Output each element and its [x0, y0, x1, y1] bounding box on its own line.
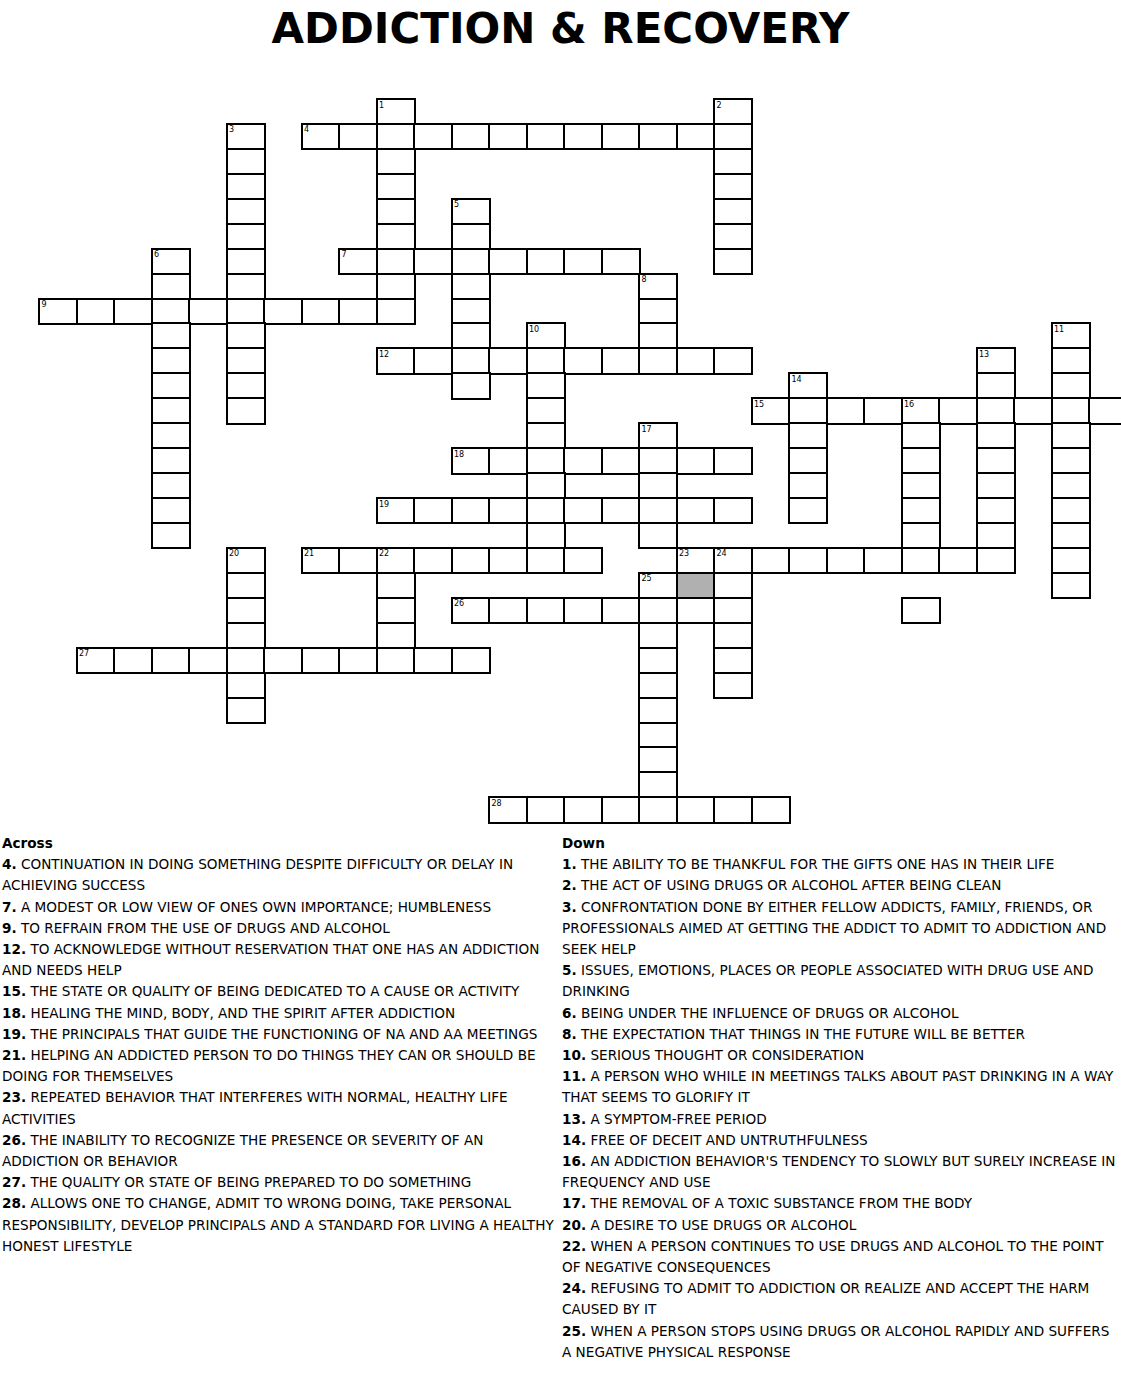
grid-cell[interactable] — [638, 796, 678, 823]
grid-cell[interactable] — [976, 447, 1016, 474]
grid-cell[interactable] — [226, 248, 266, 275]
grid-cell[interactable]: 13 — [976, 347, 1016, 374]
grid-cell[interactable] — [413, 123, 453, 150]
grid-cell[interactable]: 20 — [226, 547, 266, 574]
grid-cell[interactable] — [676, 347, 716, 374]
grid-cell[interactable] — [788, 472, 828, 499]
grid-cell[interactable] — [976, 522, 1016, 549]
grid-cell[interactable] — [638, 322, 678, 349]
puzzle-title: ADDICTION & RECOVERY — [0, 4, 1121, 53]
grid-cell[interactable] — [376, 273, 416, 300]
grid-cell[interactable]: 26 — [451, 597, 491, 624]
grid-cell[interactable] — [638, 746, 678, 773]
clue-number-label: 26. — [2, 1132, 26, 1148]
grid-cell[interactable] — [376, 597, 416, 624]
grid-cell[interactable] — [751, 796, 791, 823]
grid-cell[interactable] — [863, 397, 903, 424]
clue-number-label: 17. — [562, 1195, 586, 1211]
grid-cell[interactable] — [713, 647, 753, 674]
across-heading: Across — [2, 833, 554, 854]
grid-cell[interactable] — [151, 273, 191, 300]
grid-cell[interactable] — [151, 298, 191, 325]
grid-cell[interactable]: 8 — [638, 273, 678, 300]
grid-cell[interactable] — [938, 547, 978, 574]
clue-number-label: 7. — [2, 899, 17, 915]
grid-cell[interactable] — [263, 647, 303, 674]
grid-cell[interactable] — [863, 547, 903, 574]
grid-cell[interactable]: 28 — [488, 796, 528, 823]
grid-cell[interactable]: 10 — [526, 322, 566, 349]
grid-cell[interactable] — [638, 597, 678, 624]
cell-number: 24 — [717, 549, 727, 558]
clue-number-label: 5. — [562, 962, 577, 978]
grid-cell[interactable] — [901, 422, 941, 449]
grid-cell[interactable]: 19 — [376, 497, 416, 524]
grid-cell[interactable] — [413, 547, 453, 574]
cell-number: 7 — [342, 250, 347, 259]
grid-cell[interactable]: 25 — [638, 572, 678, 599]
clue-item: 13. A SYMPTOM-FREE PERIOD — [562, 1109, 1119, 1130]
clue-item: 2. THE ACT OF USING DRUGS OR ALCOHOL AFT… — [562, 875, 1119, 896]
grid-cell[interactable] — [526, 597, 566, 624]
crossword-grid: 1234567891011121314151617181920212223242… — [38, 98, 1121, 824]
grid-cell[interactable] — [526, 497, 566, 524]
grid-cell[interactable] — [1051, 397, 1091, 424]
grid-cell[interactable]: 6 — [151, 248, 191, 275]
grid-cell[interactable]: 7 — [338, 248, 378, 275]
grid-cell[interactable] — [788, 497, 828, 524]
grid-cell[interactable] — [788, 422, 828, 449]
grid-cell[interactable] — [713, 148, 753, 175]
grid-cell[interactable] — [526, 547, 566, 574]
grid-cell[interactable] — [488, 447, 528, 474]
grid-cell[interactable] — [601, 796, 641, 823]
cell-number: 6 — [154, 250, 159, 259]
cell-number: 2 — [717, 101, 722, 110]
grid-cell[interactable] — [151, 422, 191, 449]
clue-item: 14. FREE OF DECEIT AND UNTRUTHFULNESS — [562, 1130, 1119, 1151]
grid-cell[interactable] — [526, 372, 566, 399]
grid-cell[interactable] — [901, 547, 941, 574]
grid-cell[interactable] — [638, 123, 678, 150]
grid-cell[interactable] — [1051, 447, 1091, 474]
cell-number: 20 — [229, 549, 239, 558]
grid-cell[interactable] — [638, 672, 678, 699]
grid-cell[interactable] — [376, 123, 416, 150]
clue-number-label: 12. — [2, 941, 26, 957]
down-clues-section: Down 1. THE ABILITY TO BE THANKFUL FOR T… — [562, 833, 1119, 1363]
grid-cell[interactable]: 21 — [301, 547, 341, 574]
clue-number-label: 27. — [2, 1174, 26, 1190]
grid-cell[interactable] — [713, 672, 753, 699]
grid-cell[interactable] — [601, 597, 641, 624]
grid-cell[interactable] — [563, 447, 603, 474]
grid-cell[interactable]: 5 — [451, 198, 491, 225]
grid-cell[interactable] — [376, 198, 416, 225]
grid-cell[interactable] — [413, 647, 453, 674]
across-clue-list: 4. CONTINUATION IN DOING SOMETHING DESPI… — [2, 854, 554, 1257]
grid-cell[interactable] — [713, 223, 753, 250]
grid-cell[interactable] — [226, 397, 266, 424]
grid-cell[interactable] — [526, 397, 566, 424]
grid-cell[interactable] — [563, 547, 603, 574]
grid-cell[interactable] — [526, 347, 566, 374]
grid-cell[interactable] — [601, 447, 641, 474]
grid-cell[interactable] — [1051, 497, 1091, 524]
clue-item: 28. ALLOWS ONE TO CHANGE, ADMIT TO WRONG… — [2, 1193, 554, 1257]
grid-cell[interactable] — [376, 622, 416, 649]
clue-item: 22. WHEN A PERSON CONTINUES TO USE DRUGS… — [562, 1236, 1119, 1278]
clue-item: 19. THE PRINCIPALS THAT GUIDE THE FUNCTI… — [2, 1024, 554, 1045]
grid-cell[interactable] — [713, 347, 753, 374]
across-clues-section: Across 4. CONTINUATION IN DOING SOMETHIN… — [2, 833, 554, 1257]
grid-cell[interactable] — [451, 273, 491, 300]
clue-number-label: 9. — [2, 920, 17, 936]
grid-cell[interactable]: 18 — [451, 447, 491, 474]
grid-cell[interactable] — [226, 672, 266, 699]
grid-cell[interactable] — [413, 248, 453, 275]
grid-cell[interactable] — [526, 472, 566, 499]
cell-number: 16 — [904, 400, 914, 409]
grid-cell[interactable] — [151, 347, 191, 374]
grid-cell[interactable]: 14 — [788, 372, 828, 399]
cell-number: 1 — [379, 101, 384, 110]
grid-cell[interactable] — [151, 472, 191, 499]
clue-number-label: 24. — [562, 1280, 586, 1296]
grid-cell[interactable] — [713, 173, 753, 200]
clue-number-label: 28. — [2, 1195, 26, 1211]
grid-cell[interactable] — [488, 547, 528, 574]
clue-item: 16. AN ADDICTION BEHAVIOR'S TENDENCY TO … — [562, 1151, 1119, 1193]
cell-number: 25 — [642, 574, 652, 583]
cell-number: 14 — [792, 375, 802, 384]
grid-cell[interactable] — [976, 497, 1016, 524]
grid-cell[interactable] — [451, 547, 491, 574]
grid-cell[interactable] — [338, 547, 378, 574]
grid-cell[interactable] — [638, 771, 678, 798]
grid-cell[interactable] — [226, 372, 266, 399]
cell-number: 15 — [754, 400, 764, 409]
grid-cell[interactable]: 17 — [638, 422, 678, 449]
clue-number-label: 20. — [562, 1217, 586, 1233]
grid-cell[interactable] — [451, 248, 491, 275]
grid-cell[interactable] — [901, 497, 941, 524]
cell-number: 8 — [642, 275, 647, 284]
grid-cell[interactable] — [976, 547, 1016, 574]
grid-cell[interactable] — [376, 223, 416, 250]
clue-number-label: 25. — [562, 1323, 586, 1339]
grid-cell[interactable] — [526, 422, 566, 449]
grid-cell[interactable] — [526, 447, 566, 474]
grid-cell[interactable] — [226, 223, 266, 250]
grid-cell[interactable] — [526, 522, 566, 549]
grid-cell[interactable] — [76, 298, 116, 325]
grid-cell[interactable] — [638, 472, 678, 499]
grid-cell[interactable] — [226, 173, 266, 200]
grid-cell[interactable] — [301, 298, 341, 325]
grid-cell[interactable] — [676, 447, 716, 474]
grid-cell[interactable] — [676, 796, 716, 823]
grid-cell[interactable]: 9 — [38, 298, 78, 325]
grid-cell[interactable] — [226, 622, 266, 649]
grid-cell[interactable] — [1051, 372, 1091, 399]
grid-cell[interactable]: 16 — [901, 397, 941, 424]
grid-cell[interactable] — [376, 572, 416, 599]
grid-cell[interactable] — [113, 647, 153, 674]
grid-cell[interactable] — [713, 497, 753, 524]
grid-cell[interactable] — [563, 248, 603, 275]
grid-cell[interactable] — [563, 597, 603, 624]
grid-cell[interactable] — [976, 397, 1016, 424]
grid-cell[interactable] — [226, 572, 266, 599]
grid-cell[interactable] — [1013, 397, 1053, 424]
grid-cell[interactable] — [113, 298, 153, 325]
grid-cell[interactable] — [901, 472, 941, 499]
grid-cell[interactable] — [151, 497, 191, 524]
grid-cell[interactable] — [338, 123, 378, 150]
grid-cell[interactable] — [451, 298, 491, 325]
grid-cell[interactable] — [488, 497, 528, 524]
grid-cell[interactable] — [601, 497, 641, 524]
grid-cell[interactable] — [301, 647, 341, 674]
grid-cell[interactable] — [226, 347, 266, 374]
grid-cell[interactable] — [713, 198, 753, 225]
clue-item: 7. A MODEST OR LOW VIEW OF ONES OWN IMPO… — [2, 897, 554, 918]
grid-cell[interactable] — [451, 347, 491, 374]
clue-number-label: 23. — [2, 1089, 26, 1105]
grid-cell[interactable] — [151, 372, 191, 399]
grid-cell[interactable]: 23 — [676, 547, 716, 574]
grid-cell[interactable] — [976, 422, 1016, 449]
clue-item: 12. TO ACKNOWLEDGE WITHOUT RESERVATION T… — [2, 939, 554, 981]
grid-cell[interactable]: 1 — [376, 98, 416, 125]
cell-number: 21 — [304, 549, 314, 558]
grid-cell[interactable] — [226, 697, 266, 724]
grid-cell[interactable] — [976, 472, 1016, 499]
grid-cell[interactable] — [601, 347, 641, 374]
grid-cell[interactable] — [713, 123, 753, 150]
clue-item: 4. CONTINUATION IN DOING SOMETHING DESPI… — [2, 854, 554, 896]
clue-number-label: 11. — [562, 1068, 586, 1084]
down-clue-list: 1. THE ABILITY TO BE THANKFUL FOR THE GI… — [562, 854, 1119, 1363]
grid-cell[interactable] — [188, 647, 228, 674]
grid-cell[interactable] — [751, 547, 791, 574]
grid-cell[interactable] — [451, 223, 491, 250]
grid-cell[interactable] — [451, 123, 491, 150]
grid-cell[interactable] — [901, 597, 941, 624]
clue-item: 1. THE ABILITY TO BE THANKFUL FOR THE GI… — [562, 854, 1119, 875]
grid-cell[interactable] — [1051, 572, 1091, 599]
grid-cell[interactable] — [526, 123, 566, 150]
grid-cell[interactable] — [526, 796, 566, 823]
grid-cell[interactable]: 22 — [376, 547, 416, 574]
grid-cell[interactable] — [451, 497, 491, 524]
grid-cell[interactable] — [488, 597, 528, 624]
grid-cell[interactable] — [338, 298, 378, 325]
grid-cell[interactable] — [638, 622, 678, 649]
cell-number: 9 — [42, 300, 47, 309]
grid-cell[interactable]: 2 — [713, 98, 753, 125]
grid-cell[interactable] — [638, 298, 678, 325]
grid-cell[interactable] — [638, 347, 678, 374]
grid-cell[interactable] — [376, 647, 416, 674]
clue-item: 3. CONFRONTATION DONE BY EITHER FELLOW A… — [562, 897, 1119, 961]
clue-item: 24. REFUSING TO ADMIT TO ADDICTION OR RE… — [562, 1278, 1119, 1320]
grid-cell[interactable] — [451, 647, 491, 674]
grid-cell[interactable] — [376, 173, 416, 200]
grid-cell[interactable] — [151, 322, 191, 349]
clue-number-label: 2. — [562, 877, 577, 893]
cell-number: 28 — [492, 799, 502, 808]
grid-cell[interactable] — [451, 372, 491, 399]
grid-cell[interactable] — [488, 248, 528, 275]
grid-cell[interactable] — [826, 547, 866, 574]
cell-number: 13 — [979, 350, 989, 359]
clue-number-label: 4. — [2, 856, 17, 872]
grid-cell[interactable]: 24 — [713, 547, 753, 574]
grid-cell[interactable] — [226, 298, 266, 325]
clue-item: 15. THE STATE OR QUALITY OF BEING DEDICA… — [2, 981, 554, 1002]
clue-number-label: 3. — [562, 899, 577, 915]
clue-item: 9. TO REFRAIN FROM THE USE OF DRUGS AND … — [2, 918, 554, 939]
grid-cell[interactable] — [676, 497, 716, 524]
grid-cell[interactable] — [976, 372, 1016, 399]
grid-cell[interactable] — [151, 447, 191, 474]
clue-item: 27. THE QUALITY OR STATE OF BEING PREPAR… — [2, 1172, 554, 1193]
grid-cell[interactable] — [601, 248, 641, 275]
clue-item: 5. ISSUES, EMOTIONS, PLACES OR PEOPLE AS… — [562, 960, 1119, 1002]
grid-cell[interactable] — [901, 447, 941, 474]
grid-cell[interactable] — [788, 447, 828, 474]
grid-cell[interactable] — [376, 248, 416, 275]
grid-cell[interactable] — [1051, 472, 1091, 499]
grid-cell[interactable] — [713, 796, 753, 823]
clue-number-label: 22. — [562, 1238, 586, 1254]
clue-item: 26. THE INABILITY TO RECOGNIZE THE PRESE… — [2, 1130, 554, 1172]
grid-cell[interactable] — [676, 597, 716, 624]
grid-cell[interactable]: 4 — [301, 123, 341, 150]
grid-cell[interactable] — [713, 572, 753, 599]
cell-number: 3 — [229, 125, 234, 134]
grid-cell[interactable] — [676, 123, 716, 150]
grid-cell[interactable] — [488, 123, 528, 150]
grid-cell[interactable]: 15 — [751, 397, 791, 424]
grid-cell[interactable] — [938, 397, 978, 424]
clue-number-label: 13. — [562, 1111, 586, 1127]
grid-cell[interactable] — [226, 198, 266, 225]
grid-cell[interactable] — [263, 298, 303, 325]
grid-cell[interactable] — [638, 497, 678, 524]
clue-number-label: 18. — [2, 1005, 26, 1021]
grid-cell[interactable]: 27 — [76, 647, 116, 674]
clue-number-label: 8. — [562, 1026, 577, 1042]
clue-number-label: 21. — [2, 1047, 26, 1063]
cell-number: 11 — [1054, 325, 1064, 334]
grid-cell[interactable] — [638, 722, 678, 749]
grid-cell[interactable] — [563, 347, 603, 374]
clue-number-label: 15. — [2, 983, 26, 999]
grid-cell[interactable] — [1051, 347, 1091, 374]
clue-number-label: 14. — [562, 1132, 586, 1148]
grid-cell[interactable] — [638, 447, 678, 474]
grid-cell[interactable] — [226, 148, 266, 175]
grid-cell[interactable] — [338, 647, 378, 674]
grid-cell[interactable] — [1051, 422, 1091, 449]
grid-cell[interactable] — [1051, 547, 1091, 574]
grid-cell[interactable] — [713, 622, 753, 649]
grid-cell[interactable] — [413, 347, 453, 374]
clue-item: 21. HELPING AN ADDICTED PERSON TO DO THI… — [2, 1045, 554, 1087]
down-heading: Down — [562, 833, 1119, 854]
grid-cell[interactable] — [1088, 397, 1121, 424]
cell-number: 17 — [642, 425, 652, 434]
cell-number: 12 — [379, 350, 389, 359]
grid-cell[interactable] — [713, 447, 753, 474]
grid-cell[interactable] — [451, 322, 491, 349]
grid-cell[interactable] — [526, 248, 566, 275]
grid-cell[interactable]: 3 — [226, 123, 266, 150]
clue-item: 20. A DESIRE TO USE DRUGS OR ALCOHOL — [562, 1215, 1119, 1236]
cell-number: 27 — [79, 649, 89, 658]
grid-cell[interactable] — [638, 647, 678, 674]
clue-item: 18. HEALING THE MIND, BODY, AND THE SPIR… — [2, 1003, 554, 1024]
cell-number: 4 — [304, 125, 309, 134]
grid-cell[interactable] — [788, 397, 828, 424]
grid-cell[interactable] — [226, 597, 266, 624]
grid-cell[interactable] — [713, 248, 753, 275]
clue-number-label: 6. — [562, 1005, 577, 1021]
grid-cell[interactable] — [788, 547, 828, 574]
cell-number: 10 — [529, 325, 539, 334]
grid-cell[interactable] — [563, 123, 603, 150]
clue-number-label: 1. — [562, 856, 577, 872]
grid-cell[interactable] — [901, 522, 941, 549]
clue-item: 23. REPEATED BEHAVIOR THAT INTERFERES WI… — [2, 1087, 554, 1129]
cell-number: 22 — [379, 549, 389, 558]
grid-cell[interactable] — [601, 123, 641, 150]
grid-cell[interactable] — [151, 397, 191, 424]
clue-item: 17. THE REMOVAL OF A TOXIC SUBSTANCE FRO… — [562, 1193, 1119, 1214]
grid-cell[interactable] — [151, 522, 191, 549]
cell-number: 19 — [379, 500, 389, 509]
grid-cell[interactable] — [226, 647, 266, 674]
grid-cell[interactable] — [638, 522, 678, 549]
grid-cell[interactable] — [638, 697, 678, 724]
grid-cell[interactable] — [226, 322, 266, 349]
grid-cell[interactable]: 11 — [1051, 322, 1091, 349]
cell-number: 18 — [454, 450, 464, 459]
grid-cell[interactable] — [376, 148, 416, 175]
grid-cell[interactable] — [226, 273, 266, 300]
grid-cell[interactable] — [713, 597, 753, 624]
grid-cell[interactable] — [826, 397, 866, 424]
grid-cell[interactable] — [563, 796, 603, 823]
grid-cell[interactable] — [376, 298, 416, 325]
clue-item: 8. THE EXPECTATION THAT THINGS IN THE FU… — [562, 1024, 1119, 1045]
grid-cell[interactable] — [563, 497, 603, 524]
clue-item: 10. SERIOUS THOUGHT OR CONSIDERATION — [562, 1045, 1119, 1066]
grid-cell[interactable]: 12 — [376, 347, 416, 374]
clue-item: 11. A PERSON WHO WHILE IN MEETINGS TALKS… — [562, 1066, 1119, 1108]
grid-cell[interactable] — [413, 497, 453, 524]
grid-cell[interactable] — [1051, 522, 1091, 549]
grid-cell[interactable] — [151, 647, 191, 674]
cell-number: 5 — [454, 200, 459, 209]
grid-cell-shaded[interactable] — [676, 572, 716, 599]
grid-cell[interactable] — [488, 347, 528, 374]
clue-item: 6. BEING UNDER THE INFLUENCE OF DRUGS OR… — [562, 1003, 1119, 1024]
grid-cell[interactable] — [188, 298, 228, 325]
